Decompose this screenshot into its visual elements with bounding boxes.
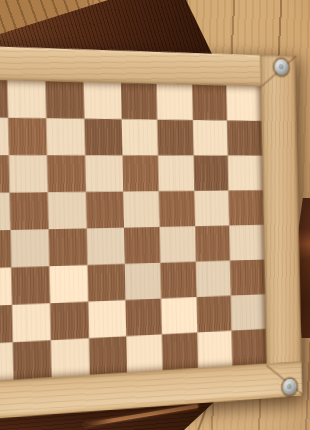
square-r5c7[interactable]: [230, 260, 265, 296]
square-r6c7[interactable]: [231, 294, 266, 330]
square-r2c7[interactable]: [228, 155, 263, 190]
square-r7c5[interactable]: [162, 332, 198, 370]
square-r0c3[interactable]: [83, 82, 121, 119]
square-r7c7[interactable]: [232, 329, 267, 366]
square-r4c2[interactable]: [49, 228, 88, 266]
square-r5c3[interactable]: [87, 264, 125, 302]
square-r1c2[interactable]: [46, 118, 85, 155]
square-r3c7[interactable]: [229, 190, 264, 225]
square-r0c1[interactable]: [7, 80, 46, 118]
chessboard: [0, 37, 310, 421]
square-r0c2[interactable]: [46, 81, 85, 118]
square-r1c3[interactable]: [84, 119, 122, 156]
square-r4c7[interactable]: [230, 225, 265, 261]
square-r0c5[interactable]: [157, 84, 193, 120]
square-r3c6[interactable]: [194, 191, 229, 227]
square-r2c1[interactable]: [9, 155, 48, 192]
square-r6c1[interactable]: [12, 303, 51, 342]
square-r6c3[interactable]: [88, 300, 126, 338]
square-r6c5[interactable]: [161, 297, 197, 334]
square-r2c5[interactable]: [158, 155, 194, 191]
square-r4c5[interactable]: [160, 226, 196, 263]
square-r0c4[interactable]: [120, 83, 157, 120]
board-frame: [0, 45, 302, 421]
square-r6c4[interactable]: [125, 299, 162, 337]
square-r0c7[interactable]: [227, 85, 262, 120]
square-r5c5[interactable]: [160, 262, 196, 299]
square-r5c6[interactable]: [196, 261, 231, 297]
square-r3c4[interactable]: [123, 191, 160, 228]
square-r7c2[interactable]: [51, 338, 90, 377]
square-r3c3[interactable]: [86, 192, 124, 229]
square-r1c4[interactable]: [121, 119, 158, 155]
square-r3c5[interactable]: [159, 191, 195, 227]
square-r7c3[interactable]: [89, 336, 127, 375]
square-r1c7[interactable]: [227, 120, 262, 155]
square-r3c1[interactable]: [9, 192, 48, 230]
square-r1c1[interactable]: [8, 118, 47, 155]
square-r2c2[interactable]: [47, 155, 86, 192]
square-r4c3[interactable]: [87, 228, 125, 265]
square-r5c4[interactable]: [124, 263, 161, 300]
square-r6c0[interactable]: [0, 305, 12, 345]
square-r1c6[interactable]: [193, 120, 228, 155]
square-r2c6[interactable]: [194, 155, 229, 190]
square-r4c1[interactable]: [10, 229, 49, 267]
square-r5c0[interactable]: [0, 267, 12, 306]
frame-screw-top-right: [274, 59, 288, 75]
square-r2c3[interactable]: [85, 155, 123, 192]
square-r7c1[interactable]: [12, 340, 51, 379]
square-r5c1[interactable]: [11, 266, 50, 305]
square-r4c6[interactable]: [195, 226, 230, 262]
board-squares: [0, 79, 266, 382]
square-r6c2[interactable]: [50, 302, 89, 341]
square-r3c2[interactable]: [48, 192, 87, 229]
square-r7c0[interactable]: [0, 342, 13, 382]
square-r4c4[interactable]: [123, 227, 160, 264]
square-r5c2[interactable]: [50, 265, 89, 303]
frame-rail-right: [260, 55, 302, 398]
square-r6c6[interactable]: [196, 296, 231, 333]
square-r7c4[interactable]: [126, 334, 163, 372]
square-r0c6[interactable]: [192, 85, 227, 121]
photo-stage: [0, 0, 310, 430]
square-r2c4[interactable]: [122, 155, 159, 191]
square-r1c5[interactable]: [157, 120, 193, 156]
square-r7c6[interactable]: [197, 331, 232, 368]
